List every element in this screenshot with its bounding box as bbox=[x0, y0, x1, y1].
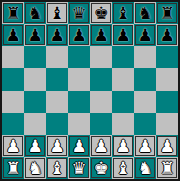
white-bishop-piece[interactable]: ♝ bbox=[49, 158, 64, 176]
white-rook-piece[interactable]: ♜ bbox=[159, 158, 174, 176]
square-h3[interactable] bbox=[156, 113, 178, 135]
square-e5[interactable] bbox=[90, 68, 112, 90]
square-a4[interactable] bbox=[2, 91, 24, 113]
square-c8[interactable]: ♝ bbox=[46, 2, 68, 24]
piece-tile: ♝ bbox=[47, 3, 67, 23]
square-d4[interactable] bbox=[68, 91, 90, 113]
black-king-piece[interactable]: ♚ bbox=[93, 4, 108, 22]
square-e1[interactable]: ♚ bbox=[90, 157, 112, 179]
white-queen-piece[interactable]: ♛ bbox=[71, 158, 86, 176]
square-d5[interactable] bbox=[68, 68, 90, 90]
square-d7[interactable]: ♟ bbox=[68, 24, 90, 46]
black-pawn-piece[interactable]: ♟ bbox=[49, 26, 64, 44]
square-c1[interactable]: ♝ bbox=[46, 157, 68, 179]
piece-tile: ♟ bbox=[135, 25, 155, 45]
white-pawn-piece[interactable]: ♟ bbox=[71, 136, 86, 154]
square-e7[interactable]: ♟ bbox=[90, 24, 112, 46]
square-g2[interactable]: ♟ bbox=[134, 135, 156, 157]
square-a8[interactable]: ♜ bbox=[2, 2, 24, 24]
piece-tile: ♟ bbox=[3, 136, 23, 156]
white-knight-piece[interactable]: ♞ bbox=[137, 158, 152, 176]
black-rook-piece[interactable]: ♜ bbox=[159, 4, 174, 22]
black-pawn-piece[interactable]: ♟ bbox=[159, 26, 174, 44]
square-f4[interactable] bbox=[112, 91, 134, 113]
square-h7[interactable]: ♟ bbox=[156, 24, 178, 46]
square-e3[interactable] bbox=[90, 113, 112, 135]
square-e4[interactable] bbox=[90, 91, 112, 113]
piece-tile: ♟ bbox=[135, 136, 155, 156]
piece-tile: ♟ bbox=[47, 25, 67, 45]
black-bishop-piece[interactable]: ♝ bbox=[49, 4, 64, 22]
square-g7[interactable]: ♟ bbox=[134, 24, 156, 46]
piece-tile: ♞ bbox=[135, 158, 155, 178]
black-pawn-piece[interactable]: ♟ bbox=[137, 26, 152, 44]
square-a7[interactable]: ♟ bbox=[2, 24, 24, 46]
square-e2[interactable]: ♟ bbox=[90, 135, 112, 157]
square-g8[interactable]: ♞ bbox=[134, 2, 156, 24]
piece-tile: ♜ bbox=[157, 3, 177, 23]
square-f3[interactable] bbox=[112, 113, 134, 135]
square-f1[interactable]: ♝ bbox=[112, 157, 134, 179]
piece-tile: ♟ bbox=[3, 25, 23, 45]
piece-tile: ♝ bbox=[47, 158, 67, 178]
square-f8[interactable]: ♝ bbox=[112, 2, 134, 24]
piece-tile: ♟ bbox=[157, 25, 177, 45]
white-knight-piece[interactable]: ♞ bbox=[27, 158, 42, 176]
black-pawn-piece[interactable]: ♟ bbox=[27, 26, 42, 44]
piece-tile: ♟ bbox=[25, 25, 45, 45]
white-pawn-piece[interactable]: ♟ bbox=[115, 136, 130, 154]
square-g3[interactable] bbox=[134, 113, 156, 135]
white-pawn-piece[interactable]: ♟ bbox=[137, 136, 152, 154]
square-f7[interactable]: ♟ bbox=[112, 24, 134, 46]
square-c3[interactable] bbox=[46, 113, 68, 135]
square-a3[interactable] bbox=[2, 113, 24, 135]
piece-tile: ♚ bbox=[91, 158, 111, 178]
square-b3[interactable] bbox=[24, 113, 46, 135]
piece-tile: ♜ bbox=[3, 3, 23, 23]
square-e6[interactable] bbox=[90, 46, 112, 68]
white-rook-piece[interactable]: ♜ bbox=[5, 158, 20, 176]
square-d2[interactable]: ♟ bbox=[68, 135, 90, 157]
white-pawn-piece[interactable]: ♟ bbox=[93, 136, 108, 154]
piece-tile: ♟ bbox=[47, 136, 67, 156]
square-a1[interactable]: ♜ bbox=[2, 157, 24, 179]
square-h5[interactable] bbox=[156, 68, 178, 90]
black-rook-piece[interactable]: ♜ bbox=[5, 4, 20, 22]
white-pawn-piece[interactable]: ♟ bbox=[27, 136, 42, 154]
square-a2[interactable]: ♟ bbox=[2, 135, 24, 157]
square-h1[interactable]: ♜ bbox=[156, 157, 178, 179]
piece-tile: ♛ bbox=[69, 3, 89, 23]
square-c4[interactable] bbox=[46, 91, 68, 113]
square-c5[interactable] bbox=[46, 68, 68, 90]
piece-tile: ♛ bbox=[69, 158, 89, 178]
piece-tile: ♞ bbox=[25, 158, 45, 178]
piece-tile: ♟ bbox=[91, 25, 111, 45]
white-pawn-piece[interactable]: ♟ bbox=[49, 136, 64, 154]
piece-tile: ♚ bbox=[91, 3, 111, 23]
black-bishop-piece[interactable]: ♝ bbox=[115, 4, 130, 22]
white-bishop-piece[interactable]: ♝ bbox=[115, 158, 130, 176]
square-e8[interactable]: ♚ bbox=[90, 2, 112, 24]
square-c7[interactable]: ♟ bbox=[46, 24, 68, 46]
white-pawn-piece[interactable]: ♟ bbox=[159, 136, 174, 154]
square-a5[interactable] bbox=[2, 68, 24, 90]
square-f5[interactable] bbox=[112, 68, 134, 90]
black-queen-piece[interactable]: ♛ bbox=[71, 4, 86, 22]
square-g4[interactable] bbox=[134, 91, 156, 113]
chess-board: ♜♞♝♛♚♝♞♜♟♟♟♟♟♟♟♟♟♟♟♟♟♟♟♟♜♞♝♛♚♝♞♜ bbox=[0, 0, 180, 181]
square-a6[interactable] bbox=[2, 46, 24, 68]
square-g5[interactable] bbox=[134, 68, 156, 90]
piece-tile: ♜ bbox=[157, 158, 177, 178]
piece-tile: ♟ bbox=[69, 136, 89, 156]
white-pawn-piece[interactable]: ♟ bbox=[5, 136, 20, 154]
piece-tile: ♞ bbox=[25, 3, 45, 23]
piece-tile: ♝ bbox=[113, 158, 133, 178]
square-b5[interactable] bbox=[24, 68, 46, 90]
piece-tile: ♞ bbox=[135, 3, 155, 23]
piece-tile: ♟ bbox=[113, 136, 133, 156]
square-g1[interactable]: ♞ bbox=[134, 157, 156, 179]
black-knight-piece[interactable]: ♞ bbox=[27, 4, 42, 22]
square-b6[interactable] bbox=[24, 46, 46, 68]
black-knight-piece[interactable]: ♞ bbox=[137, 4, 152, 22]
square-f2[interactable]: ♟ bbox=[112, 135, 134, 157]
piece-tile: ♟ bbox=[157, 136, 177, 156]
square-d8[interactable]: ♛ bbox=[68, 2, 90, 24]
piece-tile: ♜ bbox=[3, 158, 23, 178]
piece-tile: ♝ bbox=[113, 3, 133, 23]
square-h2[interactable]: ♟ bbox=[156, 135, 178, 157]
square-c6[interactable] bbox=[46, 46, 68, 68]
black-pawn-piece[interactable]: ♟ bbox=[5, 26, 20, 44]
square-f6[interactable] bbox=[112, 46, 134, 68]
square-h4[interactable] bbox=[156, 91, 178, 113]
piece-tile: ♟ bbox=[113, 25, 133, 45]
piece-tile: ♟ bbox=[91, 136, 111, 156]
square-c2[interactable]: ♟ bbox=[46, 135, 68, 157]
square-d3[interactable] bbox=[68, 113, 90, 135]
square-b4[interactable] bbox=[24, 91, 46, 113]
square-b7[interactable]: ♟ bbox=[24, 24, 46, 46]
black-pawn-piece[interactable]: ♟ bbox=[71, 26, 86, 44]
square-h8[interactable]: ♜ bbox=[156, 2, 178, 24]
piece-tile: ♟ bbox=[25, 136, 45, 156]
square-b2[interactable]: ♟ bbox=[24, 135, 46, 157]
square-b8[interactable]: ♞ bbox=[24, 2, 46, 24]
black-pawn-piece[interactable]: ♟ bbox=[93, 26, 108, 44]
black-pawn-piece[interactable]: ♟ bbox=[115, 26, 130, 44]
square-g6[interactable] bbox=[134, 46, 156, 68]
square-h6[interactable] bbox=[156, 46, 178, 68]
white-king-piece[interactable]: ♚ bbox=[93, 158, 108, 176]
square-b1[interactable]: ♞ bbox=[24, 157, 46, 179]
square-d6[interactable] bbox=[68, 46, 90, 68]
piece-tile: ♟ bbox=[69, 25, 89, 45]
square-d1[interactable]: ♛ bbox=[68, 157, 90, 179]
